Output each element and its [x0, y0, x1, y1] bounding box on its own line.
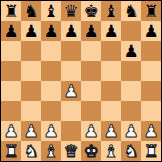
- white-pawn-piece: ♟: [63, 81, 78, 101]
- square-a7[interactable]: ♟: [1, 21, 21, 41]
- square-c6[interactable]: [41, 41, 61, 61]
- white-rook-piece: ♜: [143, 141, 158, 161]
- square-d5[interactable]: [61, 61, 81, 81]
- black-pawn-piece: ♟: [63, 21, 78, 41]
- square-c2[interactable]: ♟: [41, 121, 61, 141]
- square-a2[interactable]: ♟: [1, 121, 21, 141]
- square-g6[interactable]: ♟: [121, 41, 141, 61]
- square-c3[interactable]: [41, 101, 61, 121]
- square-d3[interactable]: [61, 101, 81, 121]
- square-d6[interactable]: [61, 41, 81, 61]
- square-g1[interactable]: ♞: [121, 141, 141, 161]
- square-h8[interactable]: ♜: [141, 1, 161, 21]
- square-a1[interactable]: ♜: [1, 141, 21, 161]
- square-h1[interactable]: ♜: [141, 141, 161, 161]
- square-a5[interactable]: [1, 61, 21, 81]
- square-b7[interactable]: ♟: [21, 21, 41, 41]
- square-d2[interactable]: [61, 121, 81, 141]
- square-b2[interactable]: ♟: [21, 121, 41, 141]
- square-h3[interactable]: [141, 101, 161, 121]
- square-d4[interactable]: ♟: [61, 81, 81, 101]
- square-b1[interactable]: ♞: [21, 141, 41, 161]
- square-c8[interactable]: ♝: [41, 1, 61, 21]
- black-queen-piece: ♛: [63, 1, 78, 21]
- square-h7[interactable]: ♟: [141, 21, 161, 41]
- black-bishop-piece: ♝: [103, 1, 118, 21]
- square-b4[interactable]: [21, 81, 41, 101]
- black-pawn-piece: ♟: [43, 21, 58, 41]
- square-f2[interactable]: ♟: [101, 121, 121, 141]
- white-pawn-piece: ♟: [23, 121, 38, 141]
- square-h2[interactable]: ♟: [141, 121, 161, 141]
- black-pawn-piece: ♟: [83, 21, 98, 41]
- square-b6[interactable]: [21, 41, 41, 61]
- black-rook-piece: ♜: [3, 1, 18, 21]
- square-c7[interactable]: ♟: [41, 21, 61, 41]
- white-king-piece: ♚: [83, 141, 98, 161]
- square-b8[interactable]: ♞: [21, 1, 41, 21]
- square-d1[interactable]: ♛: [61, 141, 81, 161]
- black-knight-piece: ♞: [123, 1, 138, 21]
- square-e2[interactable]: ♟: [81, 121, 101, 141]
- square-a4[interactable]: [1, 81, 21, 101]
- square-b3[interactable]: [21, 101, 41, 121]
- white-pawn-piece: ♟: [3, 121, 18, 141]
- white-bishop-piece: ♝: [103, 141, 118, 161]
- white-pawn-piece: ♟: [83, 121, 98, 141]
- square-e1[interactable]: ♚: [81, 141, 101, 161]
- square-f1[interactable]: ♝: [101, 141, 121, 161]
- square-g3[interactable]: [121, 101, 141, 121]
- white-rook-piece: ♜: [3, 141, 18, 161]
- square-f3[interactable]: [101, 101, 121, 121]
- black-pawn-piece: ♟: [103, 21, 118, 41]
- black-pawn-piece: ♟: [3, 21, 18, 41]
- white-pawn-piece: ♟: [103, 121, 118, 141]
- black-knight-piece: ♞: [23, 1, 38, 21]
- square-f5[interactable]: [101, 61, 121, 81]
- square-e7[interactable]: ♟: [81, 21, 101, 41]
- square-e8[interactable]: ♚: [81, 1, 101, 21]
- square-c4[interactable]: [41, 81, 61, 101]
- square-d7[interactable]: ♟: [61, 21, 81, 41]
- square-g4[interactable]: [121, 81, 141, 101]
- chess-board: ♜♞♝♛♚♝♞♜♟♟♟♟♟♟♟♟♟♟♟♟♟♟♟♟♜♞♝♛♚♝♞♜: [0, 0, 162, 162]
- square-c1[interactable]: ♝: [41, 141, 61, 161]
- square-a6[interactable]: [1, 41, 21, 61]
- white-pawn-piece: ♟: [143, 121, 158, 141]
- square-e6[interactable]: [81, 41, 101, 61]
- black-pawn-piece: ♟: [23, 21, 38, 41]
- square-f6[interactable]: [101, 41, 121, 61]
- white-queen-piece: ♛: [63, 141, 78, 161]
- square-h4[interactable]: [141, 81, 161, 101]
- square-f7[interactable]: ♟: [101, 21, 121, 41]
- square-e5[interactable]: [81, 61, 101, 81]
- black-rook-piece: ♜: [143, 1, 158, 21]
- white-pawn-piece: ♟: [43, 121, 58, 141]
- square-b5[interactable]: [21, 61, 41, 81]
- square-e4[interactable]: [81, 81, 101, 101]
- black-bishop-piece: ♝: [43, 1, 58, 21]
- white-knight-piece: ♞: [123, 141, 138, 161]
- black-king-piece: ♚: [83, 1, 98, 21]
- square-a3[interactable]: [1, 101, 21, 121]
- white-pawn-piece: ♟: [123, 121, 138, 141]
- square-g5[interactable]: [121, 61, 141, 81]
- square-f4[interactable]: [101, 81, 121, 101]
- white-knight-piece: ♞: [23, 141, 38, 161]
- square-g7[interactable]: [121, 21, 141, 41]
- square-a8[interactable]: ♜: [1, 1, 21, 21]
- square-h6[interactable]: [141, 41, 161, 61]
- square-c5[interactable]: [41, 61, 61, 81]
- square-f8[interactable]: ♝: [101, 1, 121, 21]
- black-pawn-piece: ♟: [123, 41, 138, 61]
- white-bishop-piece: ♝: [43, 141, 58, 161]
- square-g2[interactable]: ♟: [121, 121, 141, 141]
- square-g8[interactable]: ♞: [121, 1, 141, 21]
- square-d8[interactable]: ♛: [61, 1, 81, 21]
- black-pawn-piece: ♟: [143, 21, 158, 41]
- square-e3[interactable]: [81, 101, 101, 121]
- square-h5[interactable]: [141, 61, 161, 81]
